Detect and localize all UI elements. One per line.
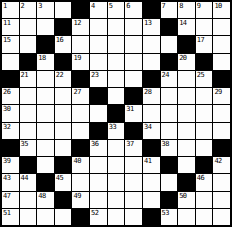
black-cell [72, 2, 89, 18]
white-cell[interactable] [108, 54, 125, 70]
clue-number: 19 [73, 54, 80, 62]
clue-number: 14 [179, 19, 186, 27]
white-cell[interactable] [20, 105, 37, 121]
white-cell[interactable]: 17 [196, 36, 213, 52]
white-cell[interactable] [213, 105, 230, 121]
white-cell[interactable]: 38 [161, 140, 178, 156]
white-cell[interactable] [37, 105, 54, 121]
white-cell[interactable] [90, 36, 107, 52]
clue-number: 1 [3, 2, 7, 10]
clue-number: 13 [144, 19, 151, 27]
white-cell[interactable] [125, 209, 142, 225]
black-cell [2, 140, 19, 156]
white-cell[interactable] [37, 209, 54, 225]
clue-number: 6 [126, 2, 130, 10]
clue-number: 50 [179, 192, 186, 200]
crossword-puzzle: 1234567891011121314151617181920212223242… [0, 0, 232, 227]
white-cell[interactable] [37, 19, 54, 35]
white-cell[interactable] [125, 157, 142, 173]
clue-number: 8 [179, 2, 183, 10]
clue-number: 41 [144, 157, 151, 165]
clue-number: 48 [38, 192, 45, 200]
white-cell[interactable] [108, 88, 125, 104]
clue-number: 16 [56, 36, 63, 44]
white-cell[interactable]: 10 [213, 2, 230, 18]
white-cell[interactable]: 6 [125, 2, 142, 18]
white-cell[interactable] [161, 123, 178, 139]
white-cell[interactable] [90, 19, 107, 35]
white-cell[interactable] [178, 71, 195, 87]
clue-number: 32 [3, 123, 10, 131]
black-cell [37, 36, 54, 52]
clue-number: 33 [109, 123, 116, 131]
clue-number: 3 [38, 2, 42, 10]
white-cell[interactable]: 34 [143, 123, 160, 139]
black-cell [55, 157, 72, 173]
clue-number: 44 [21, 174, 28, 182]
white-cell[interactable]: 29 [213, 88, 230, 104]
white-cell[interactable]: 23 [90, 71, 107, 87]
white-cell[interactable] [143, 54, 160, 70]
clue-number: 27 [73, 88, 80, 96]
white-cell[interactable]: 18 [37, 54, 54, 70]
white-cell[interactable] [161, 105, 178, 121]
white-cell[interactable]: 51 [2, 209, 19, 225]
black-cell [125, 123, 142, 139]
white-cell[interactable] [90, 192, 107, 208]
clue-number: 40 [73, 157, 80, 165]
white-cell[interactable] [72, 123, 89, 139]
black-cell [20, 157, 37, 173]
black-cell [178, 174, 195, 190]
clue-number: 47 [3, 192, 10, 200]
white-cell[interactable] [55, 105, 72, 121]
white-cell[interactable] [55, 140, 72, 156]
clue-number: 31 [126, 105, 133, 113]
clue-number: 28 [144, 88, 151, 96]
white-cell[interactable] [213, 192, 230, 208]
white-cell[interactable]: 36 [90, 140, 107, 156]
white-cell[interactable] [178, 209, 195, 225]
white-cell[interactable] [178, 140, 195, 156]
black-cell [72, 209, 89, 225]
white-cell[interactable]: 13 [143, 19, 160, 35]
white-cell[interactable] [55, 123, 72, 139]
clue-number: 46 [197, 174, 204, 182]
clue-number: 24 [162, 71, 169, 79]
black-cell [196, 54, 213, 70]
white-cell[interactable] [178, 157, 195, 173]
white-cell[interactable] [125, 71, 142, 87]
white-cell[interactable]: 53 [161, 209, 178, 225]
white-cell[interactable] [125, 174, 142, 190]
white-cell[interactable] [37, 71, 54, 87]
white-cell[interactable]: 12 [72, 19, 89, 35]
white-cell[interactable] [37, 123, 54, 139]
clue-number: 39 [3, 157, 10, 165]
white-cell[interactable] [72, 105, 89, 121]
white-cell[interactable] [72, 36, 89, 52]
clue-number: 51 [3, 209, 10, 217]
white-cell[interactable] [108, 19, 125, 35]
black-cell [108, 105, 125, 121]
white-cell[interactable]: 40 [72, 157, 89, 173]
white-cell[interactable] [196, 192, 213, 208]
white-cell[interactable]: 2 [20, 2, 37, 18]
black-cell [90, 123, 107, 139]
white-cell[interactable]: 26 [2, 88, 19, 104]
white-cell[interactable]: 14 [178, 19, 195, 35]
white-cell[interactable]: 9 [196, 2, 213, 18]
white-cell[interactable]: 32 [2, 123, 19, 139]
clue-number: 36 [91, 140, 98, 148]
white-cell[interactable] [20, 36, 37, 52]
white-cell[interactable] [108, 209, 125, 225]
clue-number: 25 [197, 71, 204, 79]
clue-number: 26 [3, 88, 10, 96]
white-cell[interactable] [125, 192, 142, 208]
clue-number: 17 [197, 36, 204, 44]
white-cell[interactable]: 15 [2, 36, 19, 52]
white-cell[interactable] [143, 36, 160, 52]
black-cell [143, 140, 160, 156]
white-cell[interactable] [161, 174, 178, 190]
white-cell[interactable] [108, 36, 125, 52]
white-cell[interactable] [213, 174, 230, 190]
clue-number: 22 [56, 71, 63, 79]
black-cell [55, 19, 72, 35]
clue-number: 30 [3, 105, 10, 113]
white-cell[interactable]: 31 [125, 105, 142, 121]
white-cell[interactable] [178, 105, 195, 121]
white-cell[interactable]: 5 [108, 2, 125, 18]
white-cell[interactable] [90, 174, 107, 190]
black-cell [143, 209, 160, 225]
white-cell[interactable]: 21 [20, 71, 37, 87]
white-cell[interactable] [196, 88, 213, 104]
black-cell [125, 88, 142, 104]
white-cell[interactable] [90, 157, 107, 173]
white-cell[interactable] [20, 123, 37, 139]
clue-number: 9 [197, 2, 201, 10]
white-cell[interactable]: 33 [108, 123, 125, 139]
white-cell[interactable]: 49 [72, 192, 89, 208]
clue-number: 2 [21, 2, 25, 10]
black-cell [2, 71, 19, 87]
white-cell[interactable] [125, 54, 142, 70]
clue-number: 34 [144, 123, 151, 131]
white-cell[interactable]: 27 [72, 88, 89, 104]
white-cell[interactable]: 8 [178, 2, 195, 18]
clue-number: 29 [214, 88, 221, 96]
white-cell[interactable]: 11 [2, 19, 19, 35]
white-cell[interactable]: 1 [2, 2, 19, 18]
white-cell[interactable] [213, 36, 230, 52]
clue-number: 37 [126, 140, 133, 148]
white-cell[interactable]: 25 [196, 71, 213, 87]
clue-number: 4 [91, 2, 95, 10]
white-cell[interactable]: 48 [37, 192, 54, 208]
white-cell[interactable]: 47 [2, 192, 19, 208]
white-cell[interactable] [161, 36, 178, 52]
black-cell [213, 71, 230, 87]
white-cell[interactable]: 30 [2, 105, 19, 121]
white-cell[interactable] [108, 71, 125, 87]
clue-number: 49 [73, 192, 80, 200]
white-cell[interactable] [196, 19, 213, 35]
white-cell[interactable] [178, 123, 195, 139]
white-cell[interactable]: 4 [90, 2, 107, 18]
white-cell[interactable]: 22 [55, 71, 72, 87]
black-cell [161, 157, 178, 173]
white-cell[interactable] [20, 209, 37, 225]
white-cell[interactable] [196, 140, 213, 156]
clue-number: 43 [3, 174, 10, 182]
white-cell[interactable] [196, 105, 213, 121]
white-cell[interactable]: 20 [178, 54, 195, 70]
clue-number: 18 [38, 54, 45, 62]
white-cell[interactable] [143, 192, 160, 208]
clue-number: 45 [56, 174, 63, 182]
black-cell [55, 192, 72, 208]
white-cell[interactable]: 46 [196, 174, 213, 190]
white-cell[interactable]: 16 [55, 36, 72, 52]
white-cell[interactable] [213, 123, 230, 139]
white-cell[interactable] [143, 105, 160, 121]
white-cell[interactable] [37, 157, 54, 173]
white-cell[interactable]: 37 [125, 140, 142, 156]
white-cell[interactable] [90, 54, 107, 70]
white-cell[interactable] [55, 209, 72, 225]
clue-number: 52 [91, 209, 98, 217]
clue-number: 12 [73, 19, 80, 27]
white-cell[interactable]: 7 [161, 2, 178, 18]
white-cell[interactable]: 19 [72, 54, 89, 70]
white-cell[interactable] [196, 209, 213, 225]
white-cell[interactable] [20, 88, 37, 104]
black-cell [161, 54, 178, 70]
white-cell[interactable]: 28 [143, 88, 160, 104]
white-cell[interactable] [178, 88, 195, 104]
white-cell[interactable] [125, 19, 142, 35]
black-cell [55, 54, 72, 70]
white-cell[interactable]: 41 [143, 157, 160, 173]
black-cell [20, 54, 37, 70]
black-cell [37, 174, 54, 190]
white-cell[interactable] [108, 157, 125, 173]
black-cell [213, 140, 230, 156]
clue-number: 42 [214, 157, 221, 165]
white-cell[interactable]: 52 [90, 209, 107, 225]
white-cell[interactable]: 39 [2, 157, 19, 173]
white-cell[interactable] [72, 174, 89, 190]
clue-number: 21 [21, 71, 28, 79]
white-cell[interactable] [55, 88, 72, 104]
white-cell[interactable] [125, 36, 142, 52]
black-cell [143, 2, 160, 18]
white-cell[interactable] [90, 105, 107, 121]
clue-number: 35 [21, 140, 28, 148]
white-cell[interactable] [108, 140, 125, 156]
clue-number: 20 [179, 54, 186, 62]
white-cell[interactable] [108, 192, 125, 208]
white-cell[interactable] [2, 54, 19, 70]
clue-number: 53 [162, 209, 169, 217]
white-cell[interactable]: 50 [178, 192, 195, 208]
crossword-board: 1234567891011121314151617181920212223242… [0, 0, 232, 227]
clue-number: 10 [214, 2, 221, 10]
white-cell[interactable] [20, 19, 37, 35]
black-cell [178, 36, 195, 52]
white-cell[interactable] [108, 174, 125, 190]
clue-number: 7 [162, 2, 166, 10]
white-cell[interactable] [213, 209, 230, 225]
white-cell[interactable] [37, 140, 54, 156]
black-cell [161, 19, 178, 35]
white-cell[interactable]: 45 [55, 174, 72, 190]
white-cell[interactable]: 42 [213, 157, 230, 173]
black-cell [143, 71, 160, 87]
white-cell[interactable]: 43 [2, 174, 19, 190]
white-cell[interactable] [37, 88, 54, 104]
white-cell[interactable] [55, 2, 72, 18]
white-cell[interactable]: 24 [161, 71, 178, 87]
clue-number: 11 [3, 19, 10, 27]
black-cell [90, 88, 107, 104]
white-cell[interactable] [20, 192, 37, 208]
white-cell[interactable]: 3 [37, 2, 54, 18]
clue-number: 15 [3, 36, 10, 44]
white-cell[interactable] [196, 123, 213, 139]
clue-number: 23 [91, 71, 98, 79]
black-cell [196, 157, 213, 173]
black-cell [72, 140, 89, 156]
white-cell[interactable]: 44 [20, 174, 37, 190]
white-cell[interactable] [213, 54, 230, 70]
clue-number: 5 [109, 2, 113, 10]
black-cell [161, 192, 178, 208]
black-cell [72, 71, 89, 87]
clue-number: 38 [162, 140, 169, 148]
white-cell[interactable] [143, 174, 160, 190]
white-cell[interactable] [161, 88, 178, 104]
white-cell[interactable] [213, 19, 230, 35]
white-cell[interactable]: 35 [20, 140, 37, 156]
